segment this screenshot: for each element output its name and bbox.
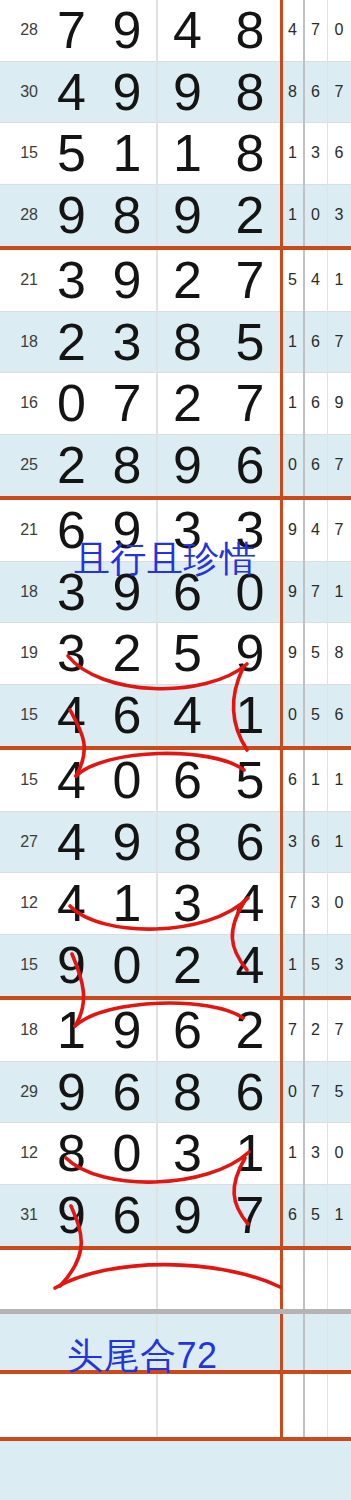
sum-label: 15 [0, 750, 45, 811]
block-divider-orange [0, 1246, 351, 1250]
digit-cell: 4 [156, 685, 218, 747]
draw-row: 155118136 [0, 123, 351, 185]
tail-digit-cell: 9 [281, 562, 304, 623]
digit-cell: 5 [218, 750, 281, 811]
sum-label: 15 [0, 935, 45, 997]
lottery-trend-chart: 2879484703049988671551181362898921032139… [0, 0, 351, 1500]
sum-label: 15 [0, 685, 45, 747]
orange-vertical-line [280, 0, 283, 1441]
digit-cell: 0 [45, 373, 97, 434]
digit-cell: 5 [45, 123, 97, 184]
tail-digit-cell: 6 [304, 812, 327, 873]
draw-row: 154065611 [0, 750, 351, 812]
tail-digit-cell: 7 [281, 1000, 304, 1061]
sum-label: 12 [0, 873, 45, 934]
digit-cell: 2 [156, 250, 218, 311]
sum-label: 16 [0, 373, 45, 434]
digit-cell: 8 [156, 1062, 218, 1123]
digit-cell: 3 [156, 1123, 218, 1184]
digit-cell: 8 [218, 62, 281, 123]
digit-cell: 7 [218, 373, 281, 434]
tail-digit-cell: 1 [327, 750, 351, 811]
digit-cell: 7 [218, 1185, 281, 1247]
tail-digit-cell: 1 [327, 562, 351, 623]
digit-cell: 8 [97, 435, 156, 497]
tail-digit-cell: 7 [327, 62, 351, 123]
tail-digit-cell: 5 [304, 685, 327, 747]
digit-cell: 1 [218, 1123, 281, 1184]
draw-row: 160727169 [0, 373, 351, 435]
digit-cell: 0 [97, 935, 156, 997]
tail-digit-cell: 3 [281, 812, 304, 873]
digit-cell: 4 [218, 873, 281, 934]
tail-digit-cell: 8 [327, 623, 351, 684]
column-separator-line [156, 0, 158, 1441]
tail-digit-cell: 3 [327, 935, 351, 997]
digit-cell: 3 [97, 312, 156, 373]
bottom-fill-row [0, 1441, 351, 1500]
draw-row: 124134730 [0, 873, 351, 935]
digit-cell: 8 [97, 185, 156, 247]
digit-cell: 1 [97, 873, 156, 934]
sum-label: 15 [0, 123, 45, 184]
block-divider-orange [0, 496, 351, 500]
draw-row: 128031130 [0, 1123, 351, 1185]
digit-cell: 8 [45, 1123, 97, 1184]
digit-cell: 5 [156, 623, 218, 684]
digit-cell: 1 [97, 123, 156, 184]
tail-digit-cell: 1 [327, 1185, 351, 1247]
draw-row: 274986361 [0, 812, 351, 874]
digit-cell: 4 [218, 935, 281, 997]
tail-digit-cell: 1 [281, 1123, 304, 1184]
block-divider-orange [0, 246, 351, 250]
tail-digit-cell: 1 [281, 185, 304, 247]
tail-digit-cell: 4 [304, 250, 327, 311]
tail-digit-cell: 4 [281, 0, 304, 61]
sum-label: 18 [0, 312, 45, 373]
digit-cell: 9 [97, 62, 156, 123]
sum-label: 27 [0, 812, 45, 873]
tail-digit-cell: 0 [327, 1123, 351, 1184]
digit-cell: 2 [45, 312, 97, 373]
tail-digit-cell: 0 [327, 873, 351, 934]
tail-digit-cell: 1 [281, 935, 304, 997]
tail-digit-cell: 9 [281, 623, 304, 684]
watermark-text: 且行且珍惜 [74, 541, 257, 577]
digit-cell: 9 [97, 0, 156, 61]
digit-cell: 9 [97, 1000, 156, 1061]
draw-row: 154641056 [0, 685, 351, 747]
digit-cell: 3 [45, 623, 97, 684]
digit-cell: 8 [218, 0, 281, 61]
digit-cell: 7 [45, 0, 97, 61]
tail-digit-cell: 5 [304, 623, 327, 684]
draw-row: 287948470 [0, 0, 351, 62]
digit-cell: 4 [45, 812, 97, 873]
digit-cell: 8 [156, 312, 218, 373]
draw-row: 159024153 [0, 935, 351, 997]
block-divider-orange [0, 1437, 351, 1441]
tail-digit-cell: 3 [327, 185, 351, 247]
digit-cell: 9 [45, 1185, 97, 1247]
tail-separator-line [303, 0, 305, 1441]
draw-row: 193259958 [0, 623, 351, 685]
draw-row: 289892103 [0, 185, 351, 247]
draw-row: 213927541 [0, 250, 351, 312]
digit-cell: 1 [218, 685, 281, 747]
digit-cell: 6 [156, 1000, 218, 1061]
digit-cell: 1 [156, 123, 218, 184]
digit-cell: 6 [218, 435, 281, 497]
sum-label: 18 [0, 1000, 45, 1061]
digit-cell: 9 [156, 435, 218, 497]
tail-digit-cell: 3 [304, 123, 327, 184]
sum-label: 28 [0, 0, 45, 61]
digit-cell: 0 [97, 750, 156, 811]
digit-cell: 9 [156, 62, 218, 123]
tail-digit-cell: 2 [304, 1000, 327, 1061]
tail-digit-cell: 1 [281, 123, 304, 184]
tail-digit-cell: 6 [281, 1185, 304, 1247]
digit-cell: 6 [97, 1185, 156, 1247]
digit-cell: 6 [218, 1062, 281, 1123]
tail-digit-cell: 7 [304, 0, 327, 61]
tail-digit-cell: 9 [281, 500, 304, 561]
digit-cell: 2 [45, 435, 97, 497]
tail-digit-cell: 7 [304, 1062, 327, 1123]
tail-digit-cell: 7 [327, 1000, 351, 1061]
digit-cell: 8 [218, 123, 281, 184]
digit-cell: 9 [97, 250, 156, 311]
draw-row: 319697651 [0, 1185, 351, 1247]
draw-row: 181962727 [0, 1000, 351, 1062]
tail-digit-cell: 5 [327, 1062, 351, 1123]
tail-digit-cell: 6 [281, 750, 304, 811]
digit-cell: 2 [218, 1000, 281, 1061]
tail-digit-cell: 7 [327, 435, 351, 497]
sum-label: 31 [0, 1185, 45, 1247]
tail-digit-cell: 6 [304, 312, 327, 373]
sum-label: 12 [0, 1123, 45, 1184]
digit-cell: 6 [218, 812, 281, 873]
tail-digit-cell: 1 [281, 312, 304, 373]
tail-digit-cell: 6 [327, 685, 351, 747]
tail-digit-cell: 8 [281, 62, 304, 123]
digit-cell: 4 [45, 685, 97, 747]
digit-cell: 9 [156, 185, 218, 247]
block-divider-orange [0, 996, 351, 1000]
digit-cell: 9 [218, 623, 281, 684]
tail-separator-line [327, 0, 329, 1441]
tail-digit-cell: 5 [281, 250, 304, 311]
tail-digit-cell: 1 [327, 250, 351, 311]
digit-cell: 9 [97, 812, 156, 873]
sum-label: 18 [0, 562, 45, 623]
digit-cell: 4 [45, 62, 97, 123]
draw-row: 299686075 [0, 1062, 351, 1124]
draw-row: 304998867 [0, 62, 351, 124]
digit-cell: 0 [97, 1123, 156, 1184]
sum-label: 28 [0, 185, 45, 247]
tail-digit-cell: 6 [304, 373, 327, 434]
digit-cell: 9 [45, 935, 97, 997]
tail-digit-cell: 1 [281, 373, 304, 434]
digit-cell: 6 [97, 1062, 156, 1123]
tail-digit-cell: 3 [304, 873, 327, 934]
sum-label: 21 [0, 500, 45, 561]
tail-digit-cell: 5 [304, 935, 327, 997]
section-divider-gray [0, 1309, 351, 1314]
tail-digit-cell: 4 [304, 500, 327, 561]
sum-label: 19 [0, 623, 45, 684]
draw-row: 182385167 [0, 312, 351, 374]
draw-row: 252896067 [0, 435, 351, 497]
digit-cell: 9 [45, 185, 97, 247]
tail-digit-cell: 1 [304, 750, 327, 811]
digit-cell: 1 [45, 1000, 97, 1061]
tail-digit-cell: 6 [327, 123, 351, 184]
tail-digit-cell: 7 [327, 500, 351, 561]
block-divider-orange [0, 746, 351, 750]
tail-digit-cell: 3 [304, 1123, 327, 1184]
tail-digit-cell: 7 [281, 873, 304, 934]
digit-cell: 5 [218, 312, 281, 373]
sum-label: 29 [0, 1062, 45, 1123]
tail-digit-cell: 6 [304, 435, 327, 497]
digit-cell: 8 [156, 812, 218, 873]
draw-rows: 2879484703049988671551181362898921032139… [0, 0, 351, 1250]
digit-cell: 6 [97, 685, 156, 747]
digit-cell: 9 [156, 1185, 218, 1247]
digit-cell: 2 [156, 373, 218, 434]
tail-digit-cell: 6 [304, 62, 327, 123]
digit-cell: 2 [218, 185, 281, 247]
digit-cell: 9 [45, 1062, 97, 1123]
tail-digit-cell: 5 [304, 1185, 327, 1247]
tail-digit-cell: 0 [304, 185, 327, 247]
digit-cell: 4 [156, 0, 218, 61]
sum-label: 25 [0, 435, 45, 497]
footer-note-text: 头尾合72 [67, 1338, 218, 1374]
tail-digit-cell: 9 [327, 373, 351, 434]
tail-digit-cell: 0 [281, 435, 304, 497]
digit-cell: 7 [218, 250, 281, 311]
digit-cell: 3 [156, 873, 218, 934]
digit-cell: 7 [97, 373, 156, 434]
digit-cell: 6 [156, 750, 218, 811]
sum-label: 30 [0, 62, 45, 123]
tail-digit-cell: 0 [281, 1062, 304, 1123]
digit-cell: 3 [45, 250, 97, 311]
empty-row [0, 1250, 351, 1309]
digit-cell: 2 [156, 935, 218, 997]
tail-digit-cell: 0 [327, 0, 351, 61]
tail-digit-cell: 7 [304, 562, 327, 623]
tail-digit-cell: 0 [281, 685, 304, 747]
tail-digit-cell: 7 [327, 312, 351, 373]
tail-digit-cell: 1 [327, 812, 351, 873]
sum-label: 21 [0, 250, 45, 311]
digit-cell: 2 [97, 623, 156, 684]
digit-cell: 4 [45, 750, 97, 811]
digit-cell: 4 [45, 873, 97, 934]
empty-row [0, 1374, 351, 1437]
